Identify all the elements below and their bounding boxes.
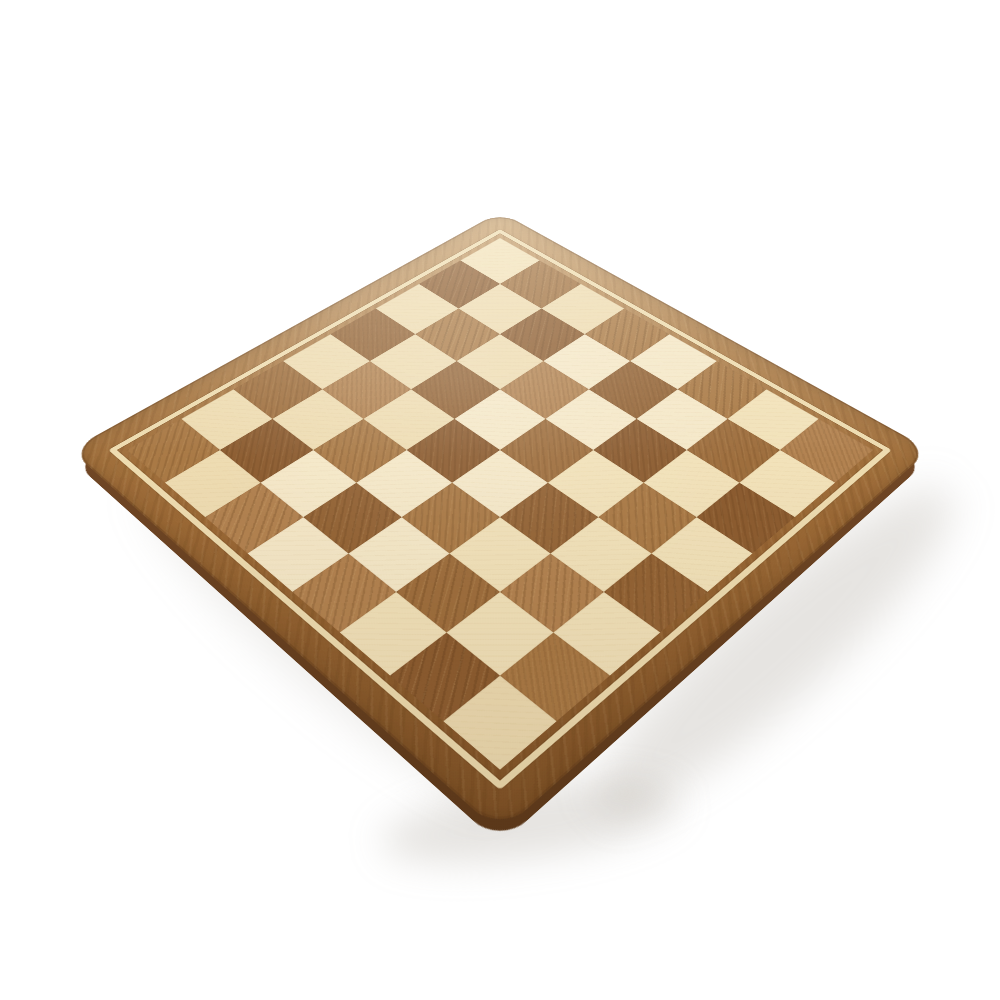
square-g6[interactable] [644,450,740,517]
product-photo-background: { "game": "chess", "description": "Empty… [0,0,1000,1000]
square-f3[interactable] [449,517,550,592]
square-e4[interactable] [452,450,548,517]
square-f2[interactable] [396,554,500,633]
square-c2[interactable] [261,450,357,517]
chessboard-scene [196,146,804,754]
square-e3[interactable] [402,483,500,554]
chessboard [70,212,930,833]
square-e2[interactable] [348,517,449,592]
square-g2[interactable] [447,592,554,676]
square-f5[interactable] [548,450,644,517]
square-g3[interactable] [500,554,604,633]
square-g4[interactable] [551,517,652,592]
